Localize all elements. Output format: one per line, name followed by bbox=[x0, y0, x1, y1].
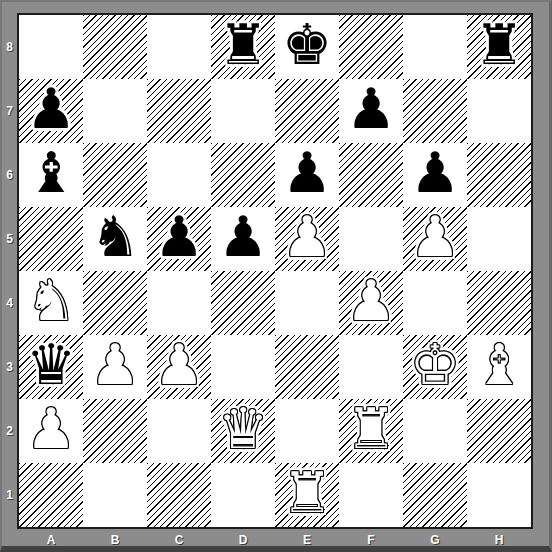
piece-black-pawn-d5[interactable]: ♟ bbox=[218, 209, 268, 265]
square-h6[interactable] bbox=[467, 143, 531, 207]
file-label-h: H bbox=[467, 529, 531, 550]
square-c8[interactable] bbox=[147, 15, 211, 79]
square-c7[interactable] bbox=[147, 79, 211, 143]
square-c6[interactable] bbox=[147, 143, 211, 207]
piece-white-rook-f2[interactable]: ♜ bbox=[346, 401, 396, 457]
square-f7[interactable]: ♟ bbox=[339, 79, 403, 143]
piece-white-pawn-f4[interactable]: ♟ bbox=[346, 273, 396, 329]
square-b1[interactable] bbox=[83, 463, 147, 527]
rank-label-6: 6 bbox=[2, 143, 17, 207]
square-e8[interactable]: ♚ bbox=[275, 15, 339, 79]
piece-white-pawn-b3[interactable]: ♟ bbox=[90, 337, 140, 393]
square-f5[interactable] bbox=[339, 207, 403, 271]
square-a3[interactable]: ♛ bbox=[19, 335, 83, 399]
square-g3[interactable]: ♚ bbox=[403, 335, 467, 399]
square-b4[interactable] bbox=[83, 271, 147, 335]
square-f1[interactable] bbox=[339, 463, 403, 527]
rank-label-4: 4 bbox=[2, 271, 17, 335]
piece-black-pawn-g6[interactable]: ♟ bbox=[410, 145, 460, 201]
square-g1[interactable] bbox=[403, 463, 467, 527]
file-label-g: G bbox=[403, 529, 467, 550]
square-g4[interactable] bbox=[403, 271, 467, 335]
square-d6[interactable] bbox=[211, 143, 275, 207]
square-e6[interactable]: ♟ bbox=[275, 143, 339, 207]
piece-white-king-g3[interactable]: ♚ bbox=[410, 337, 460, 393]
square-f6[interactable] bbox=[339, 143, 403, 207]
square-h5[interactable] bbox=[467, 207, 531, 271]
piece-white-pawn-g5[interactable]: ♟ bbox=[410, 209, 460, 265]
piece-black-knight-b5[interactable]: ♞ bbox=[90, 209, 140, 265]
square-d2[interactable]: ♛ bbox=[211, 399, 275, 463]
rank-label-2: 2 bbox=[2, 399, 17, 463]
piece-white-pawn-e5[interactable]: ♟ bbox=[282, 209, 332, 265]
square-d8[interactable]: ♜ bbox=[211, 15, 275, 79]
rank-label-5: 5 bbox=[2, 207, 17, 271]
square-b3[interactable]: ♟ bbox=[83, 335, 147, 399]
square-a4[interactable]: ♞ bbox=[19, 271, 83, 335]
square-b5[interactable]: ♞ bbox=[83, 207, 147, 271]
piece-black-pawn-f7[interactable]: ♟ bbox=[346, 81, 396, 137]
square-d7[interactable] bbox=[211, 79, 275, 143]
square-h8[interactable]: ♜ bbox=[467, 15, 531, 79]
square-e1[interactable]: ♜ bbox=[275, 463, 339, 527]
piece-white-bishop-h3[interactable]: ♝ bbox=[474, 337, 524, 393]
square-c5[interactable]: ♟ bbox=[147, 207, 211, 271]
piece-black-rook-h8[interactable]: ♜ bbox=[474, 17, 524, 73]
square-g6[interactable]: ♟ bbox=[403, 143, 467, 207]
square-d4[interactable] bbox=[211, 271, 275, 335]
square-d5[interactable]: ♟ bbox=[211, 207, 275, 271]
piece-white-rook-e1[interactable]: ♜ bbox=[282, 465, 332, 521]
square-d3[interactable] bbox=[211, 335, 275, 399]
rank-label-3: 3 bbox=[2, 335, 17, 399]
square-c4[interactable] bbox=[147, 271, 211, 335]
diagram-frame: ♜♚♜♟♟♝♟♟♞♟♟♟♟♞♟♛♟♟♚♝♟♛♜♜ 87654321 ABCDEF… bbox=[0, 0, 552, 552]
square-e7[interactable] bbox=[275, 79, 339, 143]
file-label-b: B bbox=[83, 529, 147, 550]
piece-black-pawn-c5[interactable]: ♟ bbox=[154, 209, 204, 265]
square-a7[interactable]: ♟ bbox=[19, 79, 83, 143]
square-e5[interactable]: ♟ bbox=[275, 207, 339, 271]
file-label-d: D bbox=[211, 529, 275, 550]
piece-black-pawn-a7[interactable]: ♟ bbox=[26, 81, 76, 137]
square-f2[interactable]: ♜ bbox=[339, 399, 403, 463]
square-b6[interactable] bbox=[83, 143, 147, 207]
square-f3[interactable] bbox=[339, 335, 403, 399]
square-b8[interactable] bbox=[83, 15, 147, 79]
chess-board: ♜♚♜♟♟♝♟♟♞♟♟♟♟♞♟♛♟♟♚♝♟♛♜♜ bbox=[17, 13, 533, 529]
square-g2[interactable] bbox=[403, 399, 467, 463]
square-a2[interactable]: ♟ bbox=[19, 399, 83, 463]
rank-label-1: 1 bbox=[2, 463, 17, 527]
piece-black-bishop-a6[interactable]: ♝ bbox=[26, 145, 76, 201]
square-f4[interactable]: ♟ bbox=[339, 271, 403, 335]
piece-black-queen-a3[interactable]: ♛ bbox=[26, 337, 76, 393]
square-c2[interactable] bbox=[147, 399, 211, 463]
piece-white-queen-d2[interactable]: ♛ bbox=[218, 401, 268, 457]
square-g5[interactable]: ♟ bbox=[403, 207, 467, 271]
rank-label-8: 8 bbox=[2, 15, 17, 79]
square-a5[interactable] bbox=[19, 207, 83, 271]
piece-black-pawn-e6[interactable]: ♟ bbox=[282, 145, 332, 201]
piece-white-pawn-c3[interactable]: ♟ bbox=[154, 337, 204, 393]
piece-white-pawn-a2[interactable]: ♟ bbox=[26, 401, 76, 457]
square-g7[interactable] bbox=[403, 79, 467, 143]
square-a1[interactable] bbox=[19, 463, 83, 527]
file-label-f: F bbox=[339, 529, 403, 550]
square-c3[interactable]: ♟ bbox=[147, 335, 211, 399]
square-e2[interactable] bbox=[275, 399, 339, 463]
piece-black-king-e8[interactable]: ♚ bbox=[282, 17, 332, 73]
square-h7[interactable] bbox=[467, 79, 531, 143]
square-c1[interactable] bbox=[147, 463, 211, 527]
square-g8[interactable] bbox=[403, 15, 467, 79]
file-label-a: A bbox=[19, 529, 83, 550]
square-h4[interactable] bbox=[467, 271, 531, 335]
square-f8[interactable] bbox=[339, 15, 403, 79]
square-h2[interactable] bbox=[467, 399, 531, 463]
square-e3[interactable] bbox=[275, 335, 339, 399]
file-label-e: E bbox=[275, 529, 339, 550]
file-label-c: C bbox=[147, 529, 211, 550]
square-d1[interactable] bbox=[211, 463, 275, 527]
piece-white-knight-a4[interactable]: ♞ bbox=[26, 273, 76, 329]
square-a8[interactable] bbox=[19, 15, 83, 79]
square-e4[interactable] bbox=[275, 271, 339, 335]
square-h3[interactable]: ♝ bbox=[467, 335, 531, 399]
square-h1[interactable] bbox=[467, 463, 531, 527]
square-b2[interactable] bbox=[83, 399, 147, 463]
rank-label-7: 7 bbox=[2, 79, 17, 143]
piece-black-rook-d8[interactable]: ♜ bbox=[218, 17, 268, 73]
square-b7[interactable] bbox=[83, 79, 147, 143]
square-a6[interactable]: ♝ bbox=[19, 143, 83, 207]
